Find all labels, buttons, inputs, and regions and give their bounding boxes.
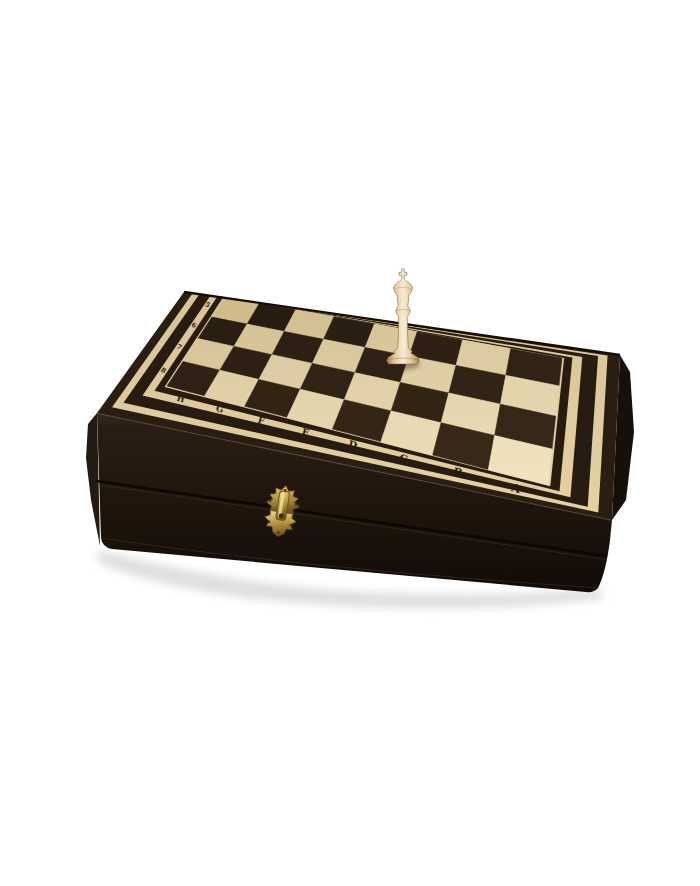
chess-box: HGFEDCBA55667788 xyxy=(86,292,634,592)
chess-box-photo: HGFEDCBA55667788 xyxy=(0,0,700,886)
product-photo: HGFEDCBA55667788 xyxy=(0,0,700,886)
